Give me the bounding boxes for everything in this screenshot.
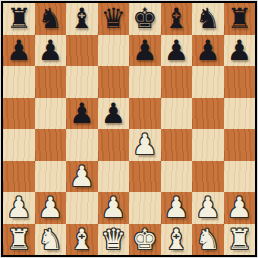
white-rook-a1: ♜ [3, 224, 35, 256]
square-a3[interactable] [3, 161, 35, 193]
white-bishop-f1: ♝ [161, 224, 193, 256]
square-c3[interactable]: ♟ [66, 161, 98, 193]
white-pawn-a2: ♟ [3, 192, 35, 224]
square-g7[interactable]: ♟ [192, 35, 224, 67]
white-rook-h1: ♜ [224, 224, 256, 256]
square-a5[interactable] [3, 98, 35, 130]
square-a8[interactable]: ♜ [3, 3, 35, 35]
square-h6[interactable] [224, 66, 256, 98]
square-d8[interactable]: ♛ [98, 3, 130, 35]
square-e6[interactable] [129, 66, 161, 98]
black-knight-g8: ♞ [192, 3, 224, 35]
square-d4[interactable] [98, 129, 130, 161]
square-c5[interactable]: ♟ [66, 98, 98, 130]
square-g6[interactable] [192, 66, 224, 98]
black-rook-h8: ♜ [224, 3, 256, 35]
white-pawn-g2: ♟ [192, 192, 224, 224]
square-a6[interactable] [3, 66, 35, 98]
black-king-e8: ♚ [129, 3, 161, 35]
black-rook-a8: ♜ [3, 3, 35, 35]
square-f3[interactable] [161, 161, 193, 193]
square-c2[interactable] [66, 192, 98, 224]
square-h3[interactable] [224, 161, 256, 193]
white-bishop-c1: ♝ [66, 224, 98, 256]
white-pawn-b2: ♟ [35, 192, 67, 224]
white-pawn-c3: ♟ [66, 161, 98, 193]
black-pawn-c5: ♟ [66, 98, 98, 130]
black-knight-b8: ♞ [35, 3, 67, 35]
square-c4[interactable] [66, 129, 98, 161]
square-d2[interactable]: ♟ [98, 192, 130, 224]
square-a1[interactable]: ♜ [3, 224, 35, 256]
square-d5[interactable]: ♟ [98, 98, 130, 130]
black-bishop-f8: ♝ [161, 3, 193, 35]
square-b7[interactable]: ♟ [35, 35, 67, 67]
black-pawn-f7: ♟ [161, 35, 193, 67]
black-pawn-g7: ♟ [192, 35, 224, 67]
square-f2[interactable]: ♟ [161, 192, 193, 224]
black-bishop-c8: ♝ [66, 3, 98, 35]
square-c7[interactable] [66, 35, 98, 67]
square-g3[interactable] [192, 161, 224, 193]
square-f1[interactable]: ♝ [161, 224, 193, 256]
square-a4[interactable] [3, 129, 35, 161]
square-f5[interactable] [161, 98, 193, 130]
square-b6[interactable] [35, 66, 67, 98]
square-g1[interactable]: ♞ [192, 224, 224, 256]
square-e2[interactable] [129, 192, 161, 224]
square-f6[interactable] [161, 66, 193, 98]
white-pawn-f2: ♟ [161, 192, 193, 224]
square-b1[interactable]: ♞ [35, 224, 67, 256]
square-d3[interactable] [98, 161, 130, 193]
white-pawn-d2: ♟ [98, 192, 130, 224]
white-king-e1: ♚ [129, 224, 161, 256]
square-h2[interactable]: ♟ [224, 192, 256, 224]
square-e4[interactable]: ♟ [129, 129, 161, 161]
square-h8[interactable]: ♜ [224, 3, 256, 35]
square-e3[interactable] [129, 161, 161, 193]
black-pawn-h7: ♟ [224, 35, 256, 67]
white-pawn-h2: ♟ [224, 192, 256, 224]
square-f8[interactable]: ♝ [161, 3, 193, 35]
square-g8[interactable]: ♞ [192, 3, 224, 35]
black-pawn-e7: ♟ [129, 35, 161, 67]
square-c1[interactable]: ♝ [66, 224, 98, 256]
square-h7[interactable]: ♟ [224, 35, 256, 67]
white-knight-g1: ♞ [192, 224, 224, 256]
square-a7[interactable]: ♟ [3, 35, 35, 67]
chess-board: ♜♞♝♛♚♝♞♜♟♟♟♟♟♟♟♟♟♟♟♟♟♟♟♟♜♞♝♛♚♝♞♜ [3, 3, 255, 255]
square-c6[interactable] [66, 66, 98, 98]
chess-board-frame: ♜♞♝♛♚♝♞♜♟♟♟♟♟♟♟♟♟♟♟♟♟♟♟♟♜♞♝♛♚♝♞♜ [1, 1, 257, 257]
square-f7[interactable]: ♟ [161, 35, 193, 67]
square-e1[interactable]: ♚ [129, 224, 161, 256]
black-pawn-b7: ♟ [35, 35, 67, 67]
square-b3[interactable] [35, 161, 67, 193]
square-b8[interactable]: ♞ [35, 3, 67, 35]
square-h1[interactable]: ♜ [224, 224, 256, 256]
white-queen-d1: ♛ [98, 224, 130, 256]
white-knight-b1: ♞ [35, 224, 67, 256]
black-queen-d8: ♛ [98, 3, 130, 35]
square-d1[interactable]: ♛ [98, 224, 130, 256]
square-e5[interactable] [129, 98, 161, 130]
square-e8[interactable]: ♚ [129, 3, 161, 35]
square-d7[interactable] [98, 35, 130, 67]
square-g4[interactable] [192, 129, 224, 161]
black-pawn-d5: ♟ [98, 98, 130, 130]
square-g5[interactable] [192, 98, 224, 130]
square-b4[interactable] [35, 129, 67, 161]
white-pawn-e4: ♟ [129, 129, 161, 161]
square-a2[interactable]: ♟ [3, 192, 35, 224]
square-h4[interactable] [224, 129, 256, 161]
square-h5[interactable] [224, 98, 256, 130]
square-c8[interactable]: ♝ [66, 3, 98, 35]
square-b5[interactable] [35, 98, 67, 130]
square-g2[interactable]: ♟ [192, 192, 224, 224]
square-d6[interactable] [98, 66, 130, 98]
square-f4[interactable] [161, 129, 193, 161]
black-pawn-a7: ♟ [3, 35, 35, 67]
square-e7[interactable]: ♟ [129, 35, 161, 67]
square-b2[interactable]: ♟ [35, 192, 67, 224]
